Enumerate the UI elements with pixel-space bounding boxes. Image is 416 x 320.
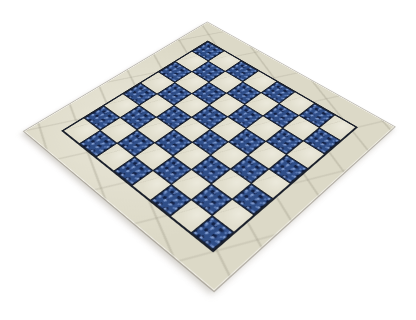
marble-board-frame [24,22,394,291]
photo-background [0,0,416,320]
chessboard-scene [79,0,341,260]
chess-grid [61,40,358,252]
